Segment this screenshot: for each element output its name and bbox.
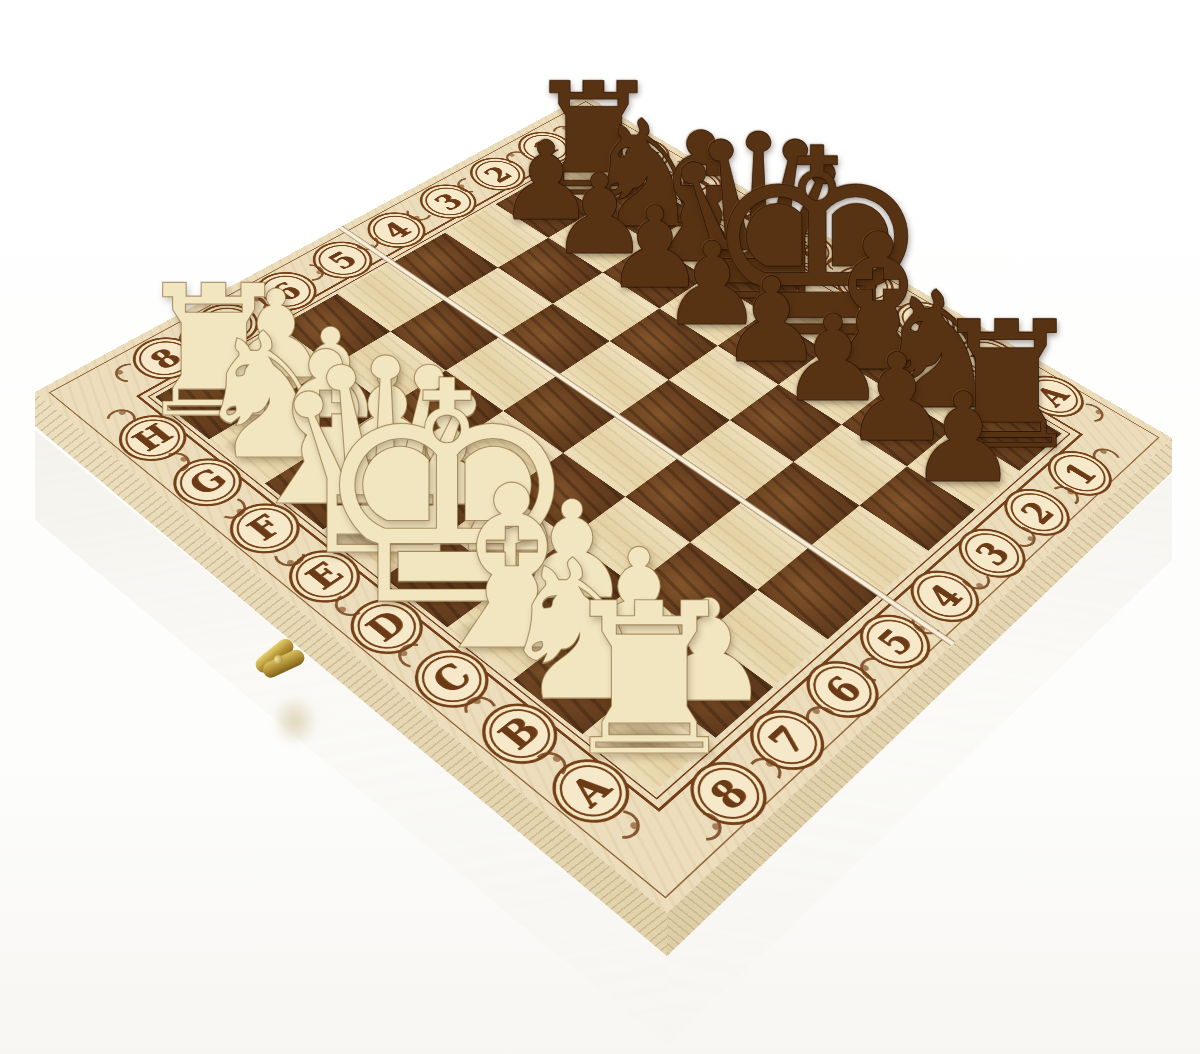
clasp-reflection [272,695,318,747]
piece-light-rook-a8[interactable]: ♜ [555,576,744,786]
product-photo-scene: HH88GG77FF66EE55DD44CC33BB22AA11 ♜♟♞♟♝♟♛… [0,0,1200,1054]
piece-dark-pawn-a2[interactable]: ♟ [908,377,1019,501]
